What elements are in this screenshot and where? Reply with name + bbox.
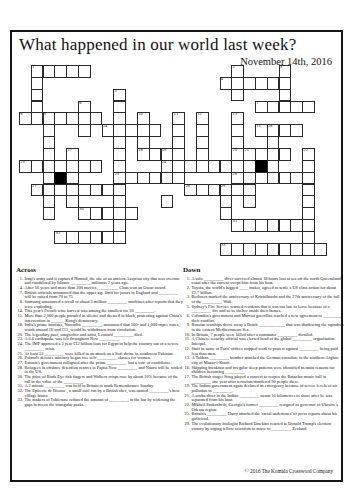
grid-cell[interactable] xyxy=(54,184,67,197)
clue: 29.The evolutionary biologist Richard Da… xyxy=(183,422,344,431)
grid-cell[interactable] xyxy=(66,195,79,208)
clue-text: The makers of Toblerone reduced the amou… xyxy=(25,398,185,407)
grid-cell[interactable] xyxy=(78,160,91,173)
grid-cell[interactable] xyxy=(243,172,256,185)
grid-cell[interactable] xyxy=(302,160,315,173)
cell-number: 23 xyxy=(20,161,25,165)
grid-cell[interactable] xyxy=(172,124,185,137)
grid-cell[interactable] xyxy=(220,207,233,220)
grid-cell[interactable] xyxy=(161,195,174,208)
grid-cell[interactable] xyxy=(78,184,91,197)
grid-cell[interactable] xyxy=(279,89,292,102)
grid-cell[interactable] xyxy=(31,101,44,114)
cell-number: 13 xyxy=(233,113,238,117)
black-cell xyxy=(255,160,268,173)
cell-number: 28 xyxy=(185,185,190,189)
grid-cell[interactable] xyxy=(231,160,244,173)
grid-cell[interactable] xyxy=(66,65,79,78)
page-border: What happened in our world last week? No… xyxy=(10,30,343,482)
grid-cell[interactable] xyxy=(279,219,292,232)
grid-cell[interactable] xyxy=(149,172,162,185)
grid-cell[interactable] xyxy=(184,160,197,173)
grid-cell[interactable] xyxy=(113,219,126,232)
grid-cell[interactable] xyxy=(279,243,292,256)
grid-cell[interactable] xyxy=(113,124,126,137)
grid-cell[interactable] xyxy=(43,136,56,149)
grid-cell[interactable] xyxy=(43,172,56,185)
grid-cell[interactable] xyxy=(267,172,280,185)
grid-cell[interactable] xyxy=(78,231,91,244)
grid-cell[interactable] xyxy=(113,231,126,244)
grid-cell[interactable] xyxy=(66,112,79,125)
grid-cell[interactable] xyxy=(279,148,292,161)
cell-number: 17 xyxy=(67,149,72,153)
grid-cell[interactable] xyxy=(302,195,315,208)
grid-cell[interactable] xyxy=(54,112,67,125)
grid-cell[interactable] xyxy=(90,231,103,244)
grid-cell[interactable] xyxy=(255,243,268,256)
cell-number: 12 xyxy=(197,113,202,117)
grid-cell[interactable] xyxy=(243,219,256,232)
grid-cell[interactable] xyxy=(149,124,162,137)
grid-cell[interactable] xyxy=(113,112,126,125)
grid-cell[interactable] xyxy=(290,219,303,232)
grid-cell[interactable] xyxy=(302,172,315,185)
cell-number: 26 xyxy=(233,173,238,177)
grid-cell[interactable] xyxy=(231,184,244,197)
grid-cell[interactable] xyxy=(90,112,103,125)
grid-cell[interactable] xyxy=(196,148,209,161)
cell-number: 15 xyxy=(256,125,261,129)
clue-text: The evolutionary biologist Richard Dawki… xyxy=(192,422,345,431)
grid-cell[interactable] xyxy=(54,65,67,78)
cell-number: 11 xyxy=(174,113,179,117)
cell-number: 19 xyxy=(162,149,167,153)
cell-number: 24 xyxy=(162,161,167,165)
grid-cell[interactable] xyxy=(125,124,138,137)
grid-cell[interactable] xyxy=(243,77,256,90)
grid-cell[interactable] xyxy=(172,172,185,185)
grid-cell[interactable] xyxy=(113,160,126,173)
grid-cell[interactable] xyxy=(43,184,56,197)
grid-cell[interactable] xyxy=(267,243,280,256)
grid-cell[interactable] xyxy=(66,231,79,244)
grid-cell[interactable] xyxy=(255,219,268,232)
clue-number: 29. xyxy=(183,422,192,431)
grid-cell[interactable] xyxy=(196,160,209,173)
grid-cell[interactable] xyxy=(113,195,126,208)
grid-cell[interactable] xyxy=(267,136,280,149)
grid-cell[interactable] xyxy=(172,148,185,161)
grid-cell[interactable] xyxy=(290,172,303,185)
clue: 33.The makers of Toblerone reduced the a… xyxy=(16,398,184,407)
grid-cell[interactable] xyxy=(231,124,244,137)
grid-cell[interactable] xyxy=(66,160,79,173)
cell-number: 31 xyxy=(233,220,238,224)
grid-cell[interactable] xyxy=(302,207,315,220)
grid-cell[interactable] xyxy=(267,148,280,161)
grid-cell[interactable] xyxy=(208,160,221,173)
grid-cell[interactable] xyxy=(43,65,56,78)
grid-cell[interactable] xyxy=(279,77,292,90)
grid-cell[interactable] xyxy=(90,207,103,220)
grid-cell[interactable] xyxy=(290,243,303,256)
page-title: What happened in our world last week? xyxy=(19,35,296,55)
down-clues-column: Down 1.A solo _________ diver survived a… xyxy=(183,266,344,431)
grid-cell[interactable] xyxy=(90,160,103,173)
grid-cell[interactable] xyxy=(243,160,256,173)
grid-cell[interactable] xyxy=(161,172,174,185)
cell-number: 2 xyxy=(233,66,235,70)
down-clue-list: 1.A solo _________ diver survived almost… xyxy=(183,277,344,432)
grid-cell[interactable] xyxy=(267,101,280,114)
grid-cell[interactable] xyxy=(220,160,233,173)
grid-cell[interactable] xyxy=(54,160,67,173)
grid-cell[interactable] xyxy=(267,219,280,232)
grid-cell[interactable] xyxy=(43,195,56,208)
grid-cell[interactable] xyxy=(279,101,292,114)
grid-cell[interactable] xyxy=(290,101,303,114)
grid-cell[interactable] xyxy=(43,160,56,173)
crossword-grid: 1234567891011121314151617181920212223242… xyxy=(19,65,326,255)
grid-cell[interactable] xyxy=(66,184,79,197)
grid-cell[interactable] xyxy=(208,184,221,197)
grid-cell[interactable] xyxy=(231,89,244,102)
grid-cell[interactable] xyxy=(137,136,150,149)
grid-cell[interactable] xyxy=(302,219,315,232)
grid-cell[interactable] xyxy=(149,148,162,161)
grid-cell[interactable] xyxy=(231,136,244,149)
grid-cell[interactable] xyxy=(137,172,150,185)
down-heading: Down xyxy=(183,266,344,274)
cell-number: 5 xyxy=(115,90,117,94)
cell-number: 7 xyxy=(256,102,258,106)
grid-cell[interactable] xyxy=(102,231,115,244)
cell-number: 20 xyxy=(233,149,238,153)
grid-cell[interactable] xyxy=(172,160,185,173)
grid-cell[interactable] xyxy=(113,148,126,161)
grid-cell[interactable] xyxy=(102,207,115,220)
clue-number: 33. xyxy=(16,398,25,407)
copyright-footer: © 2016 The Komida Crossword Company xyxy=(245,468,333,474)
grid-cell[interactable] xyxy=(78,124,91,137)
cell-number: 32 xyxy=(56,232,61,236)
grid-cell[interactable] xyxy=(243,243,256,256)
cell-number: 10 xyxy=(138,113,143,117)
grid-cell[interactable] xyxy=(243,195,256,208)
grid-cell[interactable] xyxy=(314,243,327,256)
grid-cell[interactable] xyxy=(302,231,315,244)
grid-cell[interactable] xyxy=(302,184,315,197)
grid-cell[interactable] xyxy=(66,172,79,185)
grid-cell[interactable] xyxy=(255,148,268,161)
grid-cell[interactable] xyxy=(267,160,280,173)
grid-cell[interactable] xyxy=(43,124,56,137)
across-clues-column: Across 1.Iraqi's army said it captured N… xyxy=(16,266,184,408)
grid-cell[interactable] xyxy=(255,77,268,90)
cell-number: 21 xyxy=(244,149,249,153)
cell-number: 16 xyxy=(268,125,273,129)
cell-number: 3 xyxy=(280,66,282,70)
cell-number: 9 xyxy=(44,113,46,117)
cell-number: 1 xyxy=(32,66,34,70)
grid-cell[interactable] xyxy=(125,207,138,220)
grid-cell[interactable] xyxy=(302,243,315,256)
across-heading: Across xyxy=(16,266,184,274)
grid-cell[interactable] xyxy=(43,207,56,220)
grid-cell[interactable] xyxy=(113,207,126,220)
grid-cell[interactable] xyxy=(102,184,115,197)
grid-cell[interactable] xyxy=(172,136,185,149)
grid-cell[interactable] xyxy=(31,112,44,125)
cell-number: 29 xyxy=(221,185,226,189)
across-clue-list: 1.Iraqi's army said it captured Nimrud, … xyxy=(16,277,184,408)
grid-cell[interactable] xyxy=(78,65,91,78)
grid-cell[interactable] xyxy=(196,136,209,149)
grid-cell[interactable] xyxy=(196,124,209,137)
grid-cell[interactable] xyxy=(137,124,150,137)
cell-number: 8 xyxy=(20,113,22,117)
cell-number: 30 xyxy=(79,208,84,212)
grid-cell[interactable] xyxy=(113,184,126,197)
grid-cell[interactable] xyxy=(43,148,56,161)
cell-number: 25 xyxy=(115,173,120,177)
grid-cell[interactable] xyxy=(255,172,268,185)
cell-number: 6 xyxy=(79,102,81,106)
grid-cell[interactable] xyxy=(113,136,126,149)
grid-cell[interactable] xyxy=(243,184,256,197)
cell-number: 27 xyxy=(32,185,37,189)
grid-cell[interactable] xyxy=(90,184,103,197)
grid-cell[interactable] xyxy=(78,112,91,125)
grid-cell[interactable] xyxy=(279,124,292,137)
grid-cell[interactable] xyxy=(125,172,138,185)
grid-cell[interactable] xyxy=(302,101,315,114)
grid-cell[interactable] xyxy=(231,243,244,256)
cell-number: 18 xyxy=(138,149,143,153)
black-cell xyxy=(54,172,67,185)
grid-cell[interactable] xyxy=(31,89,44,102)
cell-number: 22 xyxy=(303,149,308,153)
grid-cell[interactable] xyxy=(279,172,292,185)
grid-cell[interactable] xyxy=(220,195,233,208)
grid-cell[interactable] xyxy=(31,160,44,173)
grid-cell[interactable] xyxy=(231,77,244,90)
cell-number: 14 xyxy=(103,125,108,129)
grid-cell[interactable] xyxy=(196,184,209,197)
grid-cell[interactable] xyxy=(31,77,44,90)
grid-cell[interactable] xyxy=(113,101,126,114)
cell-number: 33 xyxy=(221,244,226,248)
grid-cell[interactable] xyxy=(290,124,303,137)
grid-cell[interactable] xyxy=(267,77,280,90)
cell-number: 4 xyxy=(221,78,223,82)
